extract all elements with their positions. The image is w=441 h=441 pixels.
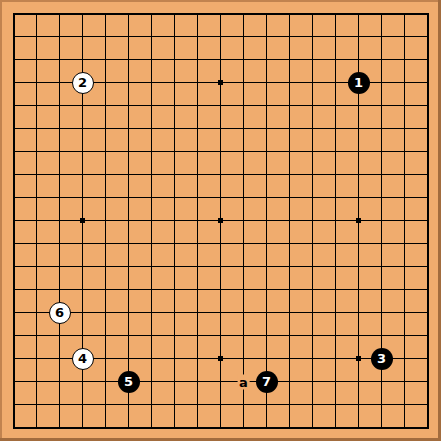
star-point: [218, 80, 223, 85]
point-label-a: a: [237, 374, 250, 389]
stone-black-5: 5: [118, 371, 140, 393]
stone-black-3: 3: [371, 348, 393, 370]
stone-white-2: 2: [72, 72, 94, 94]
board-bevel-top: [0, 0, 441, 2]
grid-line-horizontal: [13, 335, 429, 336]
grid-line-horizontal: [13, 381, 429, 382]
grid-line-vertical: [289, 13, 290, 429]
star-point: [356, 218, 361, 223]
star-point: [218, 356, 223, 361]
grid-line-vertical: [427, 13, 429, 429]
grid-line-horizontal: [13, 266, 429, 267]
grid-line-horizontal: [13, 289, 429, 290]
grid-line-vertical: [335, 13, 336, 429]
grid-line-horizontal: [13, 404, 429, 405]
stone-black-1: 1: [348, 72, 370, 94]
grid-line-vertical: [266, 13, 267, 429]
go-board: 1234567 a: [0, 0, 441, 441]
star-point: [356, 356, 361, 361]
grid-line-horizontal: [13, 243, 429, 244]
board-bevel-left: [0, 0, 2, 441]
stone-white-4: 4: [72, 348, 94, 370]
star-point: [218, 218, 223, 223]
stone-black-7: 7: [256, 371, 278, 393]
grid-line-horizontal: [13, 312, 429, 313]
stone-white-6: 6: [49, 302, 71, 324]
grid-line-vertical: [312, 13, 313, 429]
grid-line-vertical: [243, 13, 244, 429]
grid-line-vertical: [404, 13, 405, 429]
star-point: [80, 218, 85, 223]
grid-line-horizontal: [13, 427, 429, 429]
